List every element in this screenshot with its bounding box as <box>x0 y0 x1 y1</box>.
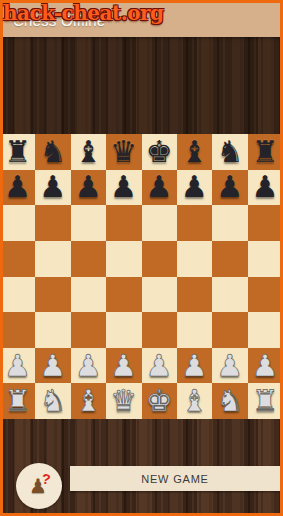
square-b7[interactable]: ♟ <box>35 170 70 206</box>
square-g4[interactable] <box>212 277 247 313</box>
square-e2[interactable]: ♟ <box>142 348 177 384</box>
hint-button[interactable]: ♟ ? <box>16 463 62 509</box>
piece-black-knight: ♞ <box>212 134 247 170</box>
piece-white-pawn: ♟ <box>248 348 283 384</box>
piece-black-pawn: ♟ <box>106 170 141 206</box>
square-g1[interactable]: ♞ <box>212 383 247 419</box>
piece-white-pawn: ♟ <box>212 348 247 384</box>
square-e7[interactable]: ♟ <box>142 170 177 206</box>
square-a2[interactable]: ♟ <box>0 348 35 384</box>
piece-black-bishop: ♝ <box>177 134 212 170</box>
square-d4[interactable] <box>106 277 141 313</box>
piece-black-rook: ♜ <box>0 134 35 170</box>
square-g8[interactable]: ♞ <box>212 134 247 170</box>
piece-black-pawn: ♟ <box>177 170 212 206</box>
square-h5[interactable] <box>248 241 283 277</box>
square-f3[interactable] <box>177 312 212 348</box>
piece-black-rook: ♜ <box>248 134 283 170</box>
square-f5[interactable] <box>177 241 212 277</box>
app-title: Chess Offline <box>13 12 105 29</box>
square-h2[interactable]: ♟ <box>248 348 283 384</box>
square-c5[interactable] <box>71 241 106 277</box>
wood-background-top <box>0 37 283 134</box>
piece-black-knight: ♞ <box>35 134 70 170</box>
square-h7[interactable]: ♟ <box>248 170 283 206</box>
piece-black-pawn: ♟ <box>0 170 35 206</box>
square-f2[interactable]: ♟ <box>177 348 212 384</box>
square-b3[interactable] <box>35 312 70 348</box>
piece-white-knight: ♞ <box>35 383 70 419</box>
square-f1[interactable]: ♝ <box>177 383 212 419</box>
square-a6[interactable] <box>0 205 35 241</box>
piece-white-bishop: ♝ <box>177 383 212 419</box>
square-g6[interactable] <box>212 205 247 241</box>
piece-white-pawn: ♟ <box>35 348 70 384</box>
piece-white-king: ♚ <box>142 383 177 419</box>
piece-black-bishop: ♝ <box>71 134 106 170</box>
square-d1[interactable]: ♛ <box>106 383 141 419</box>
square-d6[interactable] <box>106 205 141 241</box>
square-c8[interactable]: ♝ <box>71 134 106 170</box>
new-game-button[interactable]: NEW GAME <box>70 466 280 491</box>
piece-black-queen: ♛ <box>106 134 141 170</box>
square-h1[interactable]: ♜ <box>248 383 283 419</box>
piece-black-pawn: ♟ <box>71 170 106 206</box>
piece-white-queen: ♛ <box>106 383 141 419</box>
square-f7[interactable]: ♟ <box>177 170 212 206</box>
square-a3[interactable] <box>0 312 35 348</box>
square-a4[interactable] <box>0 277 35 313</box>
square-d2[interactable]: ♟ <box>106 348 141 384</box>
square-h6[interactable] <box>248 205 283 241</box>
square-a8[interactable]: ♜ <box>0 134 35 170</box>
piece-white-pawn: ♟ <box>0 348 35 384</box>
square-f6[interactable] <box>177 205 212 241</box>
piece-white-pawn: ♟ <box>177 348 212 384</box>
square-g7[interactable]: ♟ <box>212 170 247 206</box>
bottom-control-bar: ♟ ? NEW GAME <box>0 419 283 516</box>
square-d5[interactable] <box>106 241 141 277</box>
square-g2[interactable]: ♟ <box>212 348 247 384</box>
piece-white-rook: ♜ <box>0 383 35 419</box>
piece-white-pawn: ♟ <box>106 348 141 384</box>
square-c1[interactable]: ♝ <box>71 383 106 419</box>
square-f8[interactable]: ♝ <box>177 134 212 170</box>
square-c6[interactable] <box>71 205 106 241</box>
square-b4[interactable] <box>35 277 70 313</box>
square-e6[interactable] <box>142 205 177 241</box>
piece-black-pawn: ♟ <box>142 170 177 206</box>
piece-white-rook: ♜ <box>248 383 283 419</box>
piece-white-pawn: ♟ <box>142 348 177 384</box>
square-b1[interactable]: ♞ <box>35 383 70 419</box>
square-e1[interactable]: ♚ <box>142 383 177 419</box>
square-h8[interactable]: ♜ <box>248 134 283 170</box>
piece-white-knight: ♞ <box>212 383 247 419</box>
square-c2[interactable]: ♟ <box>71 348 106 384</box>
piece-black-pawn: ♟ <box>212 170 247 206</box>
square-f4[interactable] <box>177 277 212 313</box>
piece-black-pawn: ♟ <box>35 170 70 206</box>
square-c4[interactable] <box>71 277 106 313</box>
piece-black-king: ♚ <box>142 134 177 170</box>
square-d8[interactable]: ♛ <box>106 134 141 170</box>
square-d3[interactable] <box>106 312 141 348</box>
piece-white-bishop: ♝ <box>71 383 106 419</box>
square-a5[interactable] <box>0 241 35 277</box>
chess-board: ♜♞♝♛♚♝♞♜♟♟♟♟♟♟♟♟♟♟♟♟♟♟♟♟♜♞♝♛♚♝♞♜ <box>0 134 283 419</box>
square-b2[interactable]: ♟ <box>35 348 70 384</box>
square-c7[interactable]: ♟ <box>71 170 106 206</box>
square-e5[interactable] <box>142 241 177 277</box>
square-e4[interactable] <box>142 277 177 313</box>
square-a7[interactable]: ♟ <box>0 170 35 206</box>
square-h4[interactable] <box>248 277 283 313</box>
square-h3[interactable] <box>248 312 283 348</box>
piece-white-pawn: ♟ <box>71 348 106 384</box>
square-d7[interactable]: ♟ <box>106 170 141 206</box>
square-c3[interactable] <box>71 312 106 348</box>
title-bar: Chess Offline <box>0 0 283 37</box>
question-mark-badge: ? <box>41 470 52 487</box>
piece-black-pawn: ♟ <box>248 170 283 206</box>
square-b8[interactable]: ♞ <box>35 134 70 170</box>
app-window: Chess Offline hack-cheat.org ♜♞♝♛♚♝♞♜♟♟♟… <box>0 0 283 516</box>
square-g5[interactable] <box>212 241 247 277</box>
square-e3[interactable] <box>142 312 177 348</box>
square-b6[interactable] <box>35 205 70 241</box>
square-b5[interactable] <box>35 241 70 277</box>
square-g3[interactable] <box>212 312 247 348</box>
square-e8[interactable]: ♚ <box>142 134 177 170</box>
square-a1[interactable]: ♜ <box>0 383 35 419</box>
